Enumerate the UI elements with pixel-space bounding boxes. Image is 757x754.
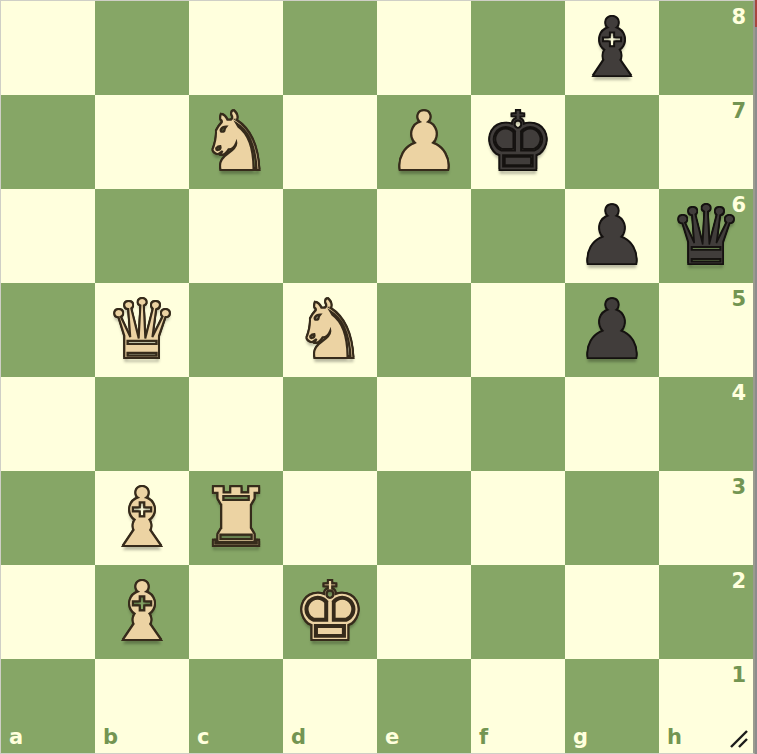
square-d1[interactable]: d	[283, 659, 377, 753]
square-b7[interactable]	[95, 95, 189, 189]
square-e8[interactable]	[377, 1, 471, 95]
square-e5[interactable]	[377, 283, 471, 377]
file-label-a: a	[9, 725, 23, 749]
file-label-d: d	[291, 725, 306, 749]
square-a5[interactable]	[1, 283, 95, 377]
square-c6[interactable]	[189, 189, 283, 283]
square-a7[interactable]	[1, 95, 95, 189]
piece-white-bishop[interactable]: ♝	[105, 471, 179, 565]
piece-white-knight[interactable]: ♞	[199, 95, 273, 189]
square-d3[interactable]	[283, 471, 377, 565]
piece-white-king[interactable]: ♚	[293, 565, 367, 659]
square-a4[interactable]	[1, 377, 95, 471]
file-label-c: c	[197, 725, 209, 749]
piece-white-pawn[interactable]: ♟	[387, 95, 461, 189]
rank-label-5: 5	[731, 287, 746, 311]
square-h4[interactable]: 4	[659, 377, 753, 471]
square-b1[interactable]: b	[95, 659, 189, 753]
square-c2[interactable]	[189, 565, 283, 659]
square-g2[interactable]	[565, 565, 659, 659]
square-f2[interactable]	[471, 565, 565, 659]
square-g5[interactable]: ♟	[565, 283, 659, 377]
square-e4[interactable]	[377, 377, 471, 471]
piece-black-bishop[interactable]: ♝	[575, 1, 649, 95]
square-g8[interactable]: ♝	[565, 1, 659, 95]
file-label-g: g	[573, 725, 588, 749]
piece-white-knight[interactable]: ♞	[293, 283, 367, 377]
rank-label-8: 8	[731, 5, 746, 29]
square-b3[interactable]: ♝	[95, 471, 189, 565]
chessboard: ♝8♞♟♚7♟6♛♛♞♟54♝♜3♝♚2abcdefg1h	[1, 1, 753, 753]
square-f7[interactable]: ♚	[471, 95, 565, 189]
square-c4[interactable]	[189, 377, 283, 471]
file-label-e: e	[385, 725, 399, 749]
square-d8[interactable]	[283, 1, 377, 95]
rank-label-1: 1	[731, 663, 746, 687]
square-h2[interactable]: 2	[659, 565, 753, 659]
piece-black-pawn[interactable]: ♟	[575, 189, 649, 283]
square-c1[interactable]: c	[189, 659, 283, 753]
square-d2[interactable]: ♚	[283, 565, 377, 659]
square-b2[interactable]: ♝	[95, 565, 189, 659]
rank-label-4: 4	[731, 381, 746, 405]
piece-white-rook[interactable]: ♜	[199, 471, 273, 565]
square-h8[interactable]: 8	[659, 1, 753, 95]
square-f8[interactable]	[471, 1, 565, 95]
square-e1[interactable]: e	[377, 659, 471, 753]
square-h5[interactable]: 5	[659, 283, 753, 377]
square-g7[interactable]	[565, 95, 659, 189]
square-g3[interactable]	[565, 471, 659, 565]
piece-white-bishop[interactable]: ♝	[105, 565, 179, 659]
square-d4[interactable]	[283, 377, 377, 471]
rank-label-3: 3	[731, 475, 746, 499]
square-e6[interactable]	[377, 189, 471, 283]
square-f5[interactable]	[471, 283, 565, 377]
square-e2[interactable]	[377, 565, 471, 659]
square-d6[interactable]	[283, 189, 377, 283]
rank-label-7: 7	[731, 99, 746, 123]
square-c3[interactable]: ♜	[189, 471, 283, 565]
square-c5[interactable]	[189, 283, 283, 377]
square-c8[interactable]	[189, 1, 283, 95]
square-b8[interactable]	[95, 1, 189, 95]
square-b6[interactable]	[95, 189, 189, 283]
square-f1[interactable]: f	[471, 659, 565, 753]
file-label-b: b	[103, 725, 118, 749]
square-a3[interactable]	[1, 471, 95, 565]
rank-label-2: 2	[731, 569, 746, 593]
square-f3[interactable]	[471, 471, 565, 565]
file-label-h: h	[667, 725, 682, 749]
square-f6[interactable]	[471, 189, 565, 283]
square-h3[interactable]: 3	[659, 471, 753, 565]
piece-black-king[interactable]: ♚	[481, 95, 555, 189]
square-d7[interactable]	[283, 95, 377, 189]
file-label-f: f	[479, 725, 488, 749]
square-a1[interactable]: a	[1, 659, 95, 753]
square-g6[interactable]: ♟	[565, 189, 659, 283]
square-b5[interactable]: ♛	[95, 283, 189, 377]
piece-black-pawn[interactable]: ♟	[575, 283, 649, 377]
square-g1[interactable]: g	[565, 659, 659, 753]
square-h6[interactable]: 6♛	[659, 189, 753, 283]
board-frame: ♝8♞♟♚7♟6♛♛♞♟54♝♜3♝♚2abcdefg1h	[0, 0, 755, 754]
piece-black-queen[interactable]: ♛	[669, 189, 743, 283]
square-e3[interactable]	[377, 471, 471, 565]
square-a2[interactable]	[1, 565, 95, 659]
square-f4[interactable]	[471, 377, 565, 471]
page: { "game": "chess", "position": { "fen": …	[0, 0, 757, 754]
square-e7[interactable]: ♟	[377, 95, 471, 189]
square-c7[interactable]: ♞	[189, 95, 283, 189]
board-resize-handle-icon[interactable]	[728, 728, 750, 750]
square-d5[interactable]: ♞	[283, 283, 377, 377]
square-a8[interactable]	[1, 1, 95, 95]
square-a6[interactable]	[1, 189, 95, 283]
square-h7[interactable]: 7	[659, 95, 753, 189]
piece-white-queen[interactable]: ♛	[105, 283, 179, 377]
square-b4[interactable]	[95, 377, 189, 471]
square-h1[interactable]: 1h	[659, 659, 753, 753]
square-g4[interactable]	[565, 377, 659, 471]
